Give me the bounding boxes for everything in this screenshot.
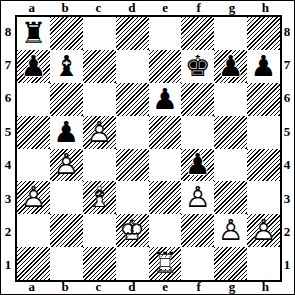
square-d3[interactable]: [116, 181, 149, 214]
rank-label-7: 7: [280, 48, 294, 81]
chess-diagram: abcdefgh 87654321 87654321 ♜♟♝♚♟♟♟♟♟♙♟♙♟…: [0, 0, 295, 295]
rank-label-2: 2: [280, 215, 294, 248]
white-pawn[interactable]: ♟♙: [251, 216, 277, 245]
white-pawn[interactable]: ♟♙: [218, 216, 244, 245]
square-e8[interactable]: [149, 17, 182, 50]
square-h6[interactable]: [247, 83, 280, 116]
square-e1[interactable]: ♜♖: [149, 247, 182, 280]
square-f3[interactable]: ♟♙: [181, 181, 214, 214]
square-c5[interactable]: ♟♙: [83, 116, 116, 149]
piece-glyph: ♙: [53, 149, 79, 182]
rank-label-8: 8: [280, 15, 294, 48]
rank-labels-left: 87654321: [1, 15, 15, 282]
square-h5[interactable]: [247, 116, 280, 149]
file-label-c: c: [82, 1, 115, 15]
white-pawn[interactable]: ♟♙: [185, 183, 211, 212]
square-c1[interactable]: [83, 247, 116, 280]
rank-label-2: 2: [1, 215, 15, 248]
white-rook[interactable]: ♜♖: [152, 249, 178, 278]
square-e4[interactable]: [149, 149, 182, 182]
rank-label-3: 3: [280, 182, 294, 215]
file-label-e: e: [149, 280, 182, 294]
piece-glyph: ♖: [152, 247, 178, 280]
square-f4[interactable]: ♟: [181, 149, 214, 182]
white-pawn[interactable]: ♟♙: [86, 118, 112, 147]
square-d1[interactable]: [116, 247, 149, 280]
black-pawn[interactable]: ♟: [185, 150, 211, 179]
file-label-c: c: [82, 280, 115, 294]
square-h8[interactable]: [247, 17, 280, 50]
square-d6[interactable]: [116, 83, 149, 116]
piece-glyph: ♙: [251, 214, 277, 247]
file-label-f: f: [182, 1, 215, 15]
square-f8[interactable]: [181, 17, 214, 50]
square-e2[interactable]: [149, 214, 182, 247]
square-f2[interactable]: [181, 214, 214, 247]
square-h1[interactable]: [247, 247, 280, 280]
square-h4[interactable]: [247, 149, 280, 182]
square-e6[interactable]: ♟: [149, 83, 182, 116]
square-a3[interactable]: ♟♙: [17, 181, 50, 214]
piece-glyph: ♟: [218, 50, 244, 83]
piece-glyph: ♟: [53, 116, 79, 149]
square-g2[interactable]: ♟♙: [214, 214, 247, 247]
file-label-a: a: [15, 280, 48, 294]
file-label-h: h: [249, 1, 282, 15]
square-a2[interactable]: [17, 214, 50, 247]
square-g3[interactable]: [214, 181, 247, 214]
piece-glyph: ♙: [20, 181, 46, 214]
black-pawn[interactable]: ♟: [20, 52, 46, 81]
file-label-e: e: [149, 1, 182, 15]
file-labels-bottom: abcdefgh: [15, 280, 282, 294]
piece-glyph: ♟: [185, 149, 211, 182]
square-c2[interactable]: [83, 214, 116, 247]
piece-glyph: ♟: [20, 50, 46, 83]
rank-label-8: 8: [1, 15, 15, 48]
square-b2[interactable]: [50, 214, 83, 247]
square-e3[interactable]: [149, 181, 182, 214]
square-f1[interactable]: [181, 247, 214, 280]
piece-glyph: ♝: [53, 50, 79, 83]
square-g5[interactable]: [214, 116, 247, 149]
file-label-b: b: [48, 1, 81, 15]
white-bishop[interactable]: ♝♗: [86, 183, 112, 212]
file-label-f: f: [182, 280, 215, 294]
black-rook[interactable]: ♜: [20, 19, 46, 48]
square-g7[interactable]: ♟: [214, 50, 247, 83]
piece-glyph: ♗: [86, 181, 112, 214]
piece-glyph: ♙: [185, 181, 211, 214]
square-b7[interactable]: ♝: [50, 50, 83, 83]
file-label-g: g: [215, 1, 248, 15]
rank-label-3: 3: [1, 182, 15, 215]
square-a4[interactable]: [17, 149, 50, 182]
square-d2[interactable]: ♚♔: [116, 214, 149, 247]
square-d8[interactable]: [116, 17, 149, 50]
file-label-d: d: [115, 280, 148, 294]
square-a6[interactable]: [17, 83, 50, 116]
black-pawn[interactable]: ♟: [218, 52, 244, 81]
rank-label-4: 4: [280, 149, 294, 182]
file-label-d: d: [115, 1, 148, 15]
rank-label-6: 6: [1, 82, 15, 115]
square-c4[interactable]: [83, 149, 116, 182]
white-pawn[interactable]: ♟♙: [53, 150, 79, 179]
piece-glyph: ♜: [20, 17, 46, 50]
square-b1[interactable]: [50, 247, 83, 280]
square-d5[interactable]: [116, 116, 149, 149]
square-b6[interactable]: [50, 83, 83, 116]
rank-label-1: 1: [280, 249, 294, 282]
chess-board: ♜♟♝♚♟♟♟♟♟♙♟♙♟♟♙♝♗♟♙♚♔♟♙♟♙♜♖: [15, 15, 282, 282]
piece-glyph: ♟: [251, 50, 277, 83]
black-bishop[interactable]: ♝: [53, 52, 79, 81]
square-d7[interactable]: [116, 50, 149, 83]
square-a5[interactable]: [17, 116, 50, 149]
file-label-a: a: [15, 1, 48, 15]
square-c6[interactable]: [83, 83, 116, 116]
square-h7[interactable]: ♟: [247, 50, 280, 83]
black-pawn[interactable]: ♟: [152, 85, 178, 114]
square-b8[interactable]: [50, 17, 83, 50]
piece-glyph: ♔: [119, 214, 145, 247]
file-label-b: b: [48, 280, 81, 294]
square-c3[interactable]: ♝♗: [83, 181, 116, 214]
white-king[interactable]: ♚♔: [119, 216, 145, 245]
rank-label-1: 1: [1, 249, 15, 282]
piece-glyph: ♟: [152, 83, 178, 116]
square-h2[interactable]: ♟♙: [247, 214, 280, 247]
square-b3[interactable]: [50, 181, 83, 214]
white-pawn[interactable]: ♟♙: [20, 183, 46, 212]
piece-glyph: ♙: [218, 214, 244, 247]
square-a1[interactable]: [17, 247, 50, 280]
square-e7[interactable]: [149, 50, 182, 83]
black-pawn[interactable]: ♟: [53, 118, 79, 147]
black-pawn[interactable]: ♟: [251, 52, 277, 81]
file-labels-top: abcdefgh: [15, 1, 282, 15]
square-g8[interactable]: [214, 17, 247, 50]
square-g6[interactable]: [214, 83, 247, 116]
rank-label-5: 5: [280, 115, 294, 148]
square-g4[interactable]: [214, 149, 247, 182]
square-g1[interactable]: [214, 247, 247, 280]
rank-labels-right: 87654321: [280, 15, 294, 282]
square-h3[interactable]: [247, 181, 280, 214]
rank-label-4: 4: [1, 149, 15, 182]
square-f5[interactable]: [181, 116, 214, 149]
file-label-g: g: [215, 280, 248, 294]
square-c8[interactable]: [83, 17, 116, 50]
piece-glyph: ♚: [185, 50, 211, 83]
square-b4[interactable]: ♟♙: [50, 149, 83, 182]
black-king[interactable]: ♚: [185, 52, 211, 81]
square-f6[interactable]: [181, 83, 214, 116]
square-c7[interactable]: [83, 50, 116, 83]
file-label-h: h: [249, 280, 282, 294]
square-d4[interactable]: [116, 149, 149, 182]
rank-label-5: 5: [1, 115, 15, 148]
square-f7[interactable]: ♚: [181, 50, 214, 83]
rank-label-7: 7: [1, 48, 15, 81]
square-e5[interactable]: [149, 116, 182, 149]
square-a7[interactable]: ♟: [17, 50, 50, 83]
square-b5[interactable]: ♟: [50, 116, 83, 149]
piece-glyph: ♙: [86, 116, 112, 149]
square-a8[interactable]: ♜: [17, 17, 50, 50]
rank-label-6: 6: [280, 82, 294, 115]
